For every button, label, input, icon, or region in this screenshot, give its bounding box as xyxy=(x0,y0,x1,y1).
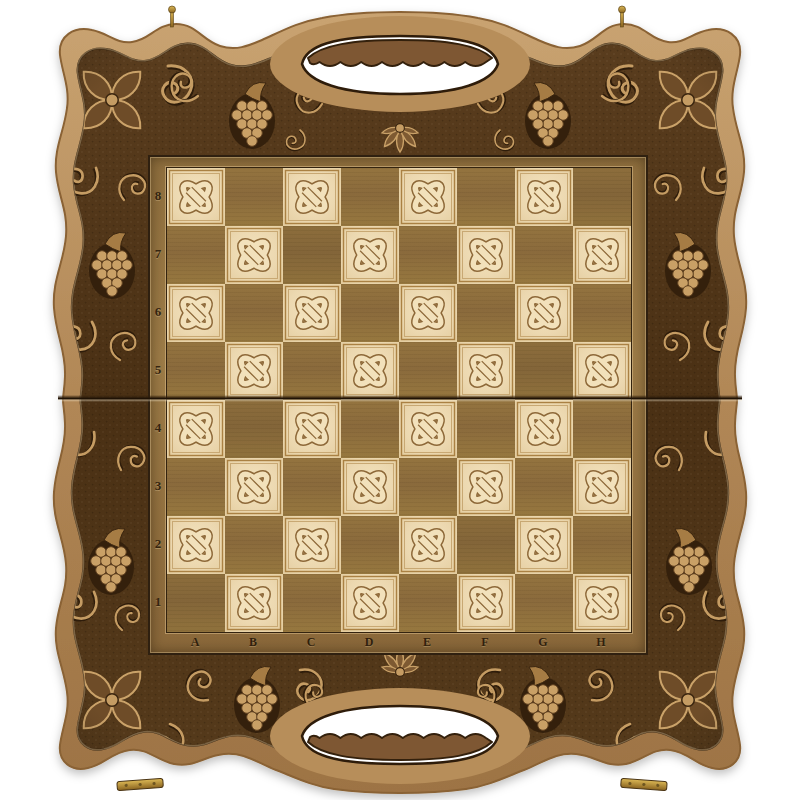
square-a4[interactable] xyxy=(167,400,225,458)
square-e7[interactable] xyxy=(399,226,457,284)
square-h8[interactable] xyxy=(573,168,631,226)
square-d3[interactable] xyxy=(341,458,399,516)
square-g6[interactable] xyxy=(515,284,573,342)
square-b2[interactable] xyxy=(225,516,283,574)
square-c4[interactable] xyxy=(283,400,341,458)
celtic-knot-carving xyxy=(457,226,515,284)
square-g7[interactable] xyxy=(515,226,573,284)
square-e2[interactable] xyxy=(399,516,457,574)
rank-label-1: 1 xyxy=(150,573,166,631)
celtic-knot-carving xyxy=(399,516,457,574)
square-f1[interactable] xyxy=(457,574,515,632)
square-b3[interactable] xyxy=(225,458,283,516)
rank-label-2: 2 xyxy=(150,515,166,573)
square-g3[interactable] xyxy=(515,458,573,516)
celtic-knot-carving xyxy=(399,400,457,458)
square-f3[interactable] xyxy=(457,458,515,516)
square-g1[interactable] xyxy=(515,574,573,632)
square-b7[interactable] xyxy=(225,226,283,284)
top-handle-cutout xyxy=(302,36,498,94)
square-f4[interactable] xyxy=(457,400,515,458)
square-b5[interactable] xyxy=(225,342,283,400)
square-b8[interactable] xyxy=(225,168,283,226)
bottom-left-hinge xyxy=(117,778,164,790)
celtic-knot-carving xyxy=(399,168,457,226)
celtic-knot-carving xyxy=(167,400,225,458)
square-a7[interactable] xyxy=(167,226,225,284)
square-h5[interactable] xyxy=(573,342,631,400)
celtic-knot-carving xyxy=(573,342,631,400)
square-c8[interactable] xyxy=(283,168,341,226)
file-label-c: C xyxy=(282,632,340,653)
square-c6[interactable] xyxy=(283,284,341,342)
square-d8[interactable] xyxy=(341,168,399,226)
square-a8[interactable] xyxy=(167,168,225,226)
bottom-handle-cutout xyxy=(302,706,498,764)
celtic-knot-carving xyxy=(341,574,399,632)
celtic-knot-carving xyxy=(573,226,631,284)
square-h7[interactable] xyxy=(573,226,631,284)
square-g5[interactable] xyxy=(515,342,573,400)
square-a3[interactable] xyxy=(167,458,225,516)
celtic-knot-carving xyxy=(283,516,341,574)
square-c1[interactable] xyxy=(283,574,341,632)
square-a5[interactable] xyxy=(167,342,225,400)
square-a2[interactable] xyxy=(167,516,225,574)
file-label-g: G xyxy=(514,632,572,653)
square-a6[interactable] xyxy=(167,284,225,342)
celtic-knot-carving xyxy=(573,458,631,516)
celtic-knot-carving xyxy=(225,226,283,284)
square-d5[interactable] xyxy=(341,342,399,400)
square-f5[interactable] xyxy=(457,342,515,400)
celtic-knot-carving xyxy=(515,400,573,458)
celtic-knot-carving xyxy=(225,342,283,400)
square-f8[interactable] xyxy=(457,168,515,226)
celtic-knot-carving xyxy=(515,516,573,574)
square-e6[interactable] xyxy=(399,284,457,342)
celtic-knot-carving xyxy=(399,284,457,342)
rank-label-6: 6 xyxy=(150,283,166,341)
square-f6[interactable] xyxy=(457,284,515,342)
celtic-knot-carving xyxy=(457,342,515,400)
celtic-knot-carving xyxy=(341,458,399,516)
square-c5[interactable] xyxy=(283,342,341,400)
celtic-knot-carving xyxy=(457,574,515,632)
square-b4[interactable] xyxy=(225,400,283,458)
square-a1[interactable] xyxy=(167,574,225,632)
square-e1[interactable] xyxy=(399,574,457,632)
celtic-knot-carving xyxy=(283,168,341,226)
celtic-knot-carving xyxy=(457,458,515,516)
celtic-knot-carving xyxy=(167,284,225,342)
celtic-knot-carving xyxy=(515,168,573,226)
square-h2[interactable] xyxy=(573,516,631,574)
square-d7[interactable] xyxy=(341,226,399,284)
file-label-e: E xyxy=(398,632,456,653)
celtic-knot-carving xyxy=(341,226,399,284)
square-f7[interactable] xyxy=(457,226,515,284)
celtic-knot-carving xyxy=(283,400,341,458)
square-d4[interactable] xyxy=(341,400,399,458)
file-labels: ABCDEFGH xyxy=(166,632,630,653)
file-label-d: D xyxy=(340,632,398,653)
square-h3[interactable] xyxy=(573,458,631,516)
celtic-knot-carving xyxy=(515,284,573,342)
square-h1[interactable] xyxy=(573,574,631,632)
file-label-f: F xyxy=(456,632,514,653)
square-d1[interactable] xyxy=(341,574,399,632)
celtic-knot-carving xyxy=(283,284,341,342)
square-b6[interactable] xyxy=(225,284,283,342)
celtic-knot-carving xyxy=(167,516,225,574)
celtic-knot-carving xyxy=(225,458,283,516)
square-e8[interactable] xyxy=(399,168,457,226)
celtic-knot-carving xyxy=(225,574,283,632)
rank-label-3: 3 xyxy=(150,457,166,515)
square-h6[interactable] xyxy=(573,284,631,342)
file-label-a: A xyxy=(166,632,224,653)
square-g4[interactable] xyxy=(515,400,573,458)
bottom-right-hinge xyxy=(621,778,668,790)
square-g2[interactable] xyxy=(515,516,573,574)
celtic-knot-carving xyxy=(341,342,399,400)
celtic-knot-carving xyxy=(167,168,225,226)
square-h4[interactable] xyxy=(573,400,631,458)
square-e3[interactable] xyxy=(399,458,457,516)
square-d2[interactable] xyxy=(341,516,399,574)
square-f2[interactable] xyxy=(457,516,515,574)
square-b1[interactable] xyxy=(225,574,283,632)
chess-board: 87654321 ABCDEFGH xyxy=(148,155,648,655)
square-d6[interactable] xyxy=(341,284,399,342)
square-g8[interactable] xyxy=(515,168,573,226)
file-label-b: B xyxy=(224,632,282,653)
rank-label-8: 8 xyxy=(150,167,166,225)
rank-label-7: 7 xyxy=(150,225,166,283)
square-c2[interactable] xyxy=(283,516,341,574)
square-e5[interactable] xyxy=(399,342,457,400)
file-label-h: H xyxy=(572,632,630,653)
carved-chess-case-photo: 87654321 ABCDEFGH xyxy=(0,0,800,800)
fold-seam xyxy=(58,395,742,402)
celtic-knot-carving xyxy=(573,574,631,632)
square-c3[interactable] xyxy=(283,458,341,516)
rank-label-5: 5 xyxy=(150,341,166,399)
square-e4[interactable] xyxy=(399,400,457,458)
square-c7[interactable] xyxy=(283,226,341,284)
rank-label-4: 4 xyxy=(150,399,166,457)
